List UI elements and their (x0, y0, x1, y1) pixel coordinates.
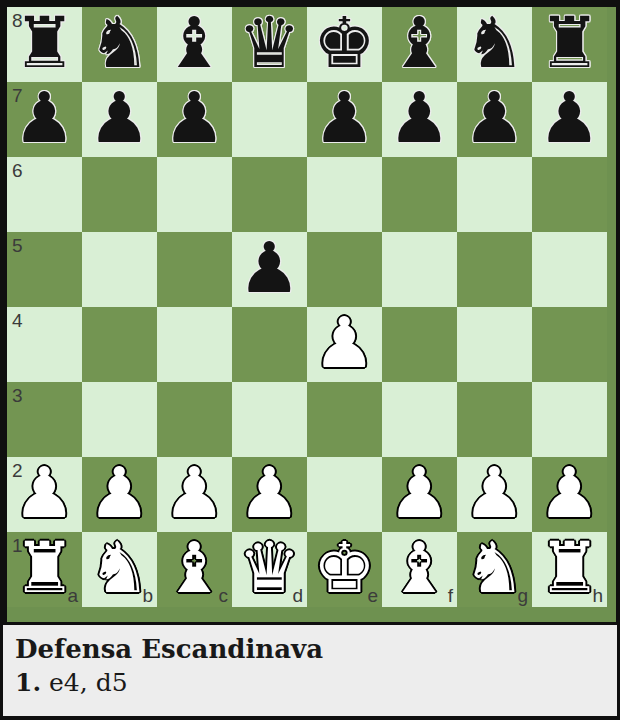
square-a1[interactable]: 1a♜ (7, 532, 82, 607)
square-a7[interactable]: 7♟ (7, 82, 82, 157)
square-c3[interactable] (157, 382, 232, 457)
square-f2[interactable]: ♟ (382, 457, 457, 532)
square-d2[interactable]: ♟ (232, 457, 307, 532)
square-b2[interactable]: ♟ (82, 457, 157, 532)
square-g7[interactable]: ♟ (457, 82, 532, 157)
piece-black-pawn[interactable]: ♟ (88, 83, 151, 153)
square-g3[interactable] (457, 382, 532, 457)
piece-black-pawn[interactable]: ♟ (238, 233, 301, 303)
caption-panel: Defensa Escandinava 1. e4, d5 (3, 625, 617, 716)
piece-white-rook[interactable]: ♜ (13, 533, 76, 603)
square-b4[interactable] (82, 307, 157, 382)
piece-black-pawn[interactable]: ♟ (388, 83, 451, 153)
piece-white-pawn[interactable]: ♟ (463, 458, 526, 528)
square-g1[interactable]: g♞ (457, 532, 532, 607)
opening-title: Defensa Escandinava (15, 632, 605, 667)
square-d8[interactable]: ♛ (232, 7, 307, 82)
piece-white-pawn[interactable]: ♟ (88, 458, 151, 528)
square-h3[interactable] (532, 382, 607, 457)
piece-white-bishop[interactable]: ♝ (388, 533, 451, 603)
square-f3[interactable] (382, 382, 457, 457)
piece-white-knight[interactable]: ♞ (88, 533, 151, 603)
square-g8[interactable]: ♞ (457, 7, 532, 82)
square-b6[interactable] (82, 157, 157, 232)
chess-board: 8♜♞♝♛♚♝♞♜7♟♟♟♟♟♟♟65♟4♟32♟♟♟♟♟♟♟1a♜b♞c♝d♛… (7, 7, 607, 607)
piece-black-pawn[interactable]: ♟ (463, 83, 526, 153)
piece-black-pawn[interactable]: ♟ (13, 83, 76, 153)
piece-black-bishop[interactable]: ♝ (388, 8, 451, 78)
piece-white-king[interactable]: ♚ (313, 533, 376, 603)
square-b3[interactable] (82, 382, 157, 457)
rank-label-6: 6 (12, 161, 23, 180)
square-f8[interactable]: ♝ (382, 7, 457, 82)
square-a6[interactable]: 6 (7, 157, 82, 232)
square-c4[interactable] (157, 307, 232, 382)
square-d5[interactable]: ♟ (232, 232, 307, 307)
piece-white-pawn[interactable]: ♟ (538, 458, 601, 528)
piece-black-rook[interactable]: ♜ (538, 8, 601, 78)
square-e8[interactable]: ♚ (307, 7, 382, 82)
piece-black-queen[interactable]: ♛ (238, 8, 301, 78)
square-d7[interactable] (232, 82, 307, 157)
square-h7[interactable]: ♟ (532, 82, 607, 157)
square-g2[interactable]: ♟ (457, 457, 532, 532)
square-a8[interactable]: 8♜ (7, 7, 82, 82)
square-e7[interactable]: ♟ (307, 82, 382, 157)
piece-white-pawn[interactable]: ♟ (163, 458, 226, 528)
square-h2[interactable]: ♟ (532, 457, 607, 532)
square-f7[interactable]: ♟ (382, 82, 457, 157)
piece-white-pawn[interactable]: ♟ (13, 458, 76, 528)
square-a4[interactable]: 4 (7, 307, 82, 382)
piece-white-pawn[interactable]: ♟ (388, 458, 451, 528)
rank-label-5: 5 (12, 236, 23, 255)
rank-label-4: 4 (12, 311, 23, 330)
square-e4[interactable]: ♟ (307, 307, 382, 382)
square-e3[interactable] (307, 382, 382, 457)
square-f1[interactable]: f♝ (382, 532, 457, 607)
piece-white-bishop[interactable]: ♝ (163, 533, 226, 603)
square-b8[interactable]: ♞ (82, 7, 157, 82)
square-g4[interactable] (457, 307, 532, 382)
square-f4[interactable] (382, 307, 457, 382)
square-g6[interactable] (457, 157, 532, 232)
piece-black-pawn[interactable]: ♟ (313, 83, 376, 153)
piece-black-bishop[interactable]: ♝ (163, 8, 226, 78)
piece-white-rook[interactable]: ♜ (538, 533, 601, 603)
square-a2[interactable]: 2♟ (7, 457, 82, 532)
square-d3[interactable] (232, 382, 307, 457)
move-list: 1. e4, d5 (15, 667, 605, 700)
square-c7[interactable]: ♟ (157, 82, 232, 157)
piece-black-knight[interactable]: ♞ (88, 8, 151, 78)
square-c5[interactable] (157, 232, 232, 307)
square-c8[interactable]: ♝ (157, 7, 232, 82)
piece-black-rook[interactable]: ♜ (13, 8, 76, 78)
piece-black-king[interactable]: ♚ (313, 8, 376, 78)
move-text: e4, d5 (41, 668, 127, 697)
piece-black-knight[interactable]: ♞ (463, 8, 526, 78)
square-e1[interactable]: e♚ (307, 532, 382, 607)
square-c2[interactable]: ♟ (157, 457, 232, 532)
square-d6[interactable] (232, 157, 307, 232)
move-number: 1. (15, 668, 41, 697)
piece-white-knight[interactable]: ♞ (463, 533, 526, 603)
square-e6[interactable] (307, 157, 382, 232)
piece-white-queen[interactable]: ♛ (238, 533, 301, 603)
square-g5[interactable] (457, 232, 532, 307)
piece-black-pawn[interactable]: ♟ (163, 83, 226, 153)
rank-label-3: 3 (12, 386, 23, 405)
square-f6[interactable] (382, 157, 457, 232)
square-c6[interactable] (157, 157, 232, 232)
square-d4[interactable] (232, 307, 307, 382)
piece-white-pawn[interactable]: ♟ (313, 308, 376, 378)
square-h5[interactable] (532, 232, 607, 307)
piece-white-pawn[interactable]: ♟ (238, 458, 301, 528)
square-d1[interactable]: d♛ (232, 532, 307, 607)
board-background: 8♜♞♝♛♚♝♞♜7♟♟♟♟♟♟♟65♟4♟32♟♟♟♟♟♟♟1a♜b♞c♝d♛… (7, 7, 616, 622)
square-h4[interactable] (532, 307, 607, 382)
square-f5[interactable] (382, 232, 457, 307)
piece-black-pawn[interactable]: ♟ (538, 83, 601, 153)
square-b1[interactable]: b♞ (82, 532, 157, 607)
chess-diagram-frame: 8♜♞♝♛♚♝♞♜7♟♟♟♟♟♟♟65♟4♟32♟♟♟♟♟♟♟1a♜b♞c♝d♛… (0, 0, 620, 720)
square-h1[interactable]: h♜ (532, 532, 607, 607)
square-h6[interactable] (532, 157, 607, 232)
square-b5[interactable] (82, 232, 157, 307)
square-a5[interactable]: 5 (7, 232, 82, 307)
square-a3[interactable]: 3 (7, 382, 82, 457)
square-h8[interactable]: ♜ (532, 7, 607, 82)
square-c1[interactable]: c♝ (157, 532, 232, 607)
square-e5[interactable] (307, 232, 382, 307)
square-e2[interactable] (307, 457, 382, 532)
square-b7[interactable]: ♟ (82, 82, 157, 157)
